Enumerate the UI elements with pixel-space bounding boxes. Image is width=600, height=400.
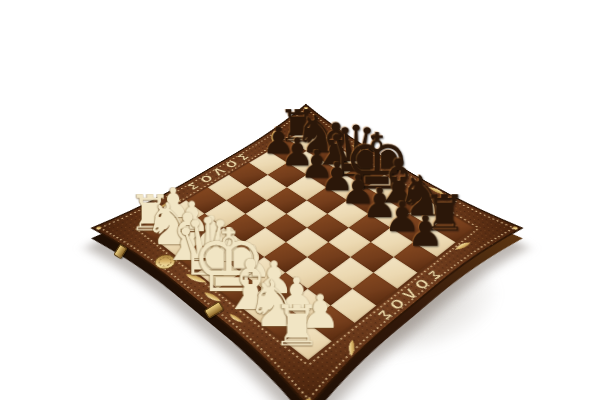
piece-white-rook[interactable]: ♜ bbox=[234, 304, 360, 350]
scene: ΣΟΛΟΣ ΣΟΛΟΣ ♜♞♝♛♚♝♞♜♟♟♟♟♟♟♟♟♟♟♟♟♟♟♟♟♜♞♝♛… bbox=[0, 0, 600, 400]
product-photo: ΣΟΛΟΣ ΣΟΛΟΣ ♜♞♝♛♚♝♞♜♟♟♟♟♟♟♟♟♟♟♟♟♟♟♟♟♜♞♝♛… bbox=[0, 0, 600, 400]
piece-black-pawn[interactable]: ♟ bbox=[369, 214, 481, 249]
chessboard: ΣΟΛΟΣ ΣΟΛΟΣ ♜♞♝♛♚♝♞♜♟♟♟♟♟♟♟♟♟♟♟♟♟♟♟♟♜♞♝♛… bbox=[140, 129, 473, 361]
